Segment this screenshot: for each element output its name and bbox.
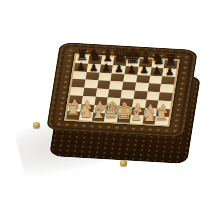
chess-board <box>66 55 177 125</box>
product-photo: ♜♞♝♛♚♝♞♜♟♟♟♟♟♟♟♟♟♟♟♟♟♟♟♟♜♞♝♛♚♝♞♜ <box>0 0 220 200</box>
square-h1 <box>155 116 169 125</box>
board-inlay-frame <box>64 54 180 127</box>
chess-case <box>46 42 198 138</box>
brass-foot-icon <box>33 122 40 128</box>
brass-clasp-icon <box>120 160 127 166</box>
